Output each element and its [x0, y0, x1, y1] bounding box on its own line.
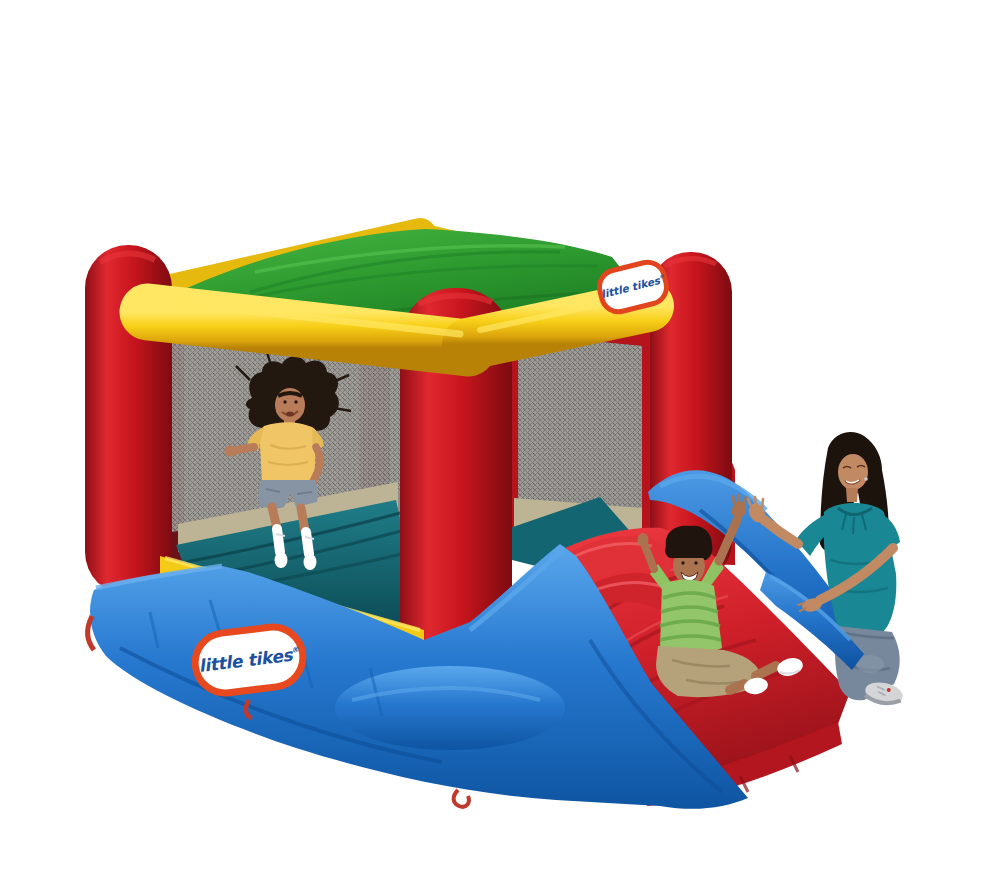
- logo-front: little tikes®: [192, 624, 307, 697]
- right-mesh-window: [518, 334, 642, 512]
- base-bulge: [335, 666, 565, 750]
- bounce-house-scene: little tikes®: [0, 0, 1000, 881]
- earring: [864, 477, 868, 481]
- product-photo: little tikes®: [0, 0, 1000, 881]
- girl-right-arm: [234, 447, 254, 451]
- boy-shirt: [660, 579, 722, 655]
